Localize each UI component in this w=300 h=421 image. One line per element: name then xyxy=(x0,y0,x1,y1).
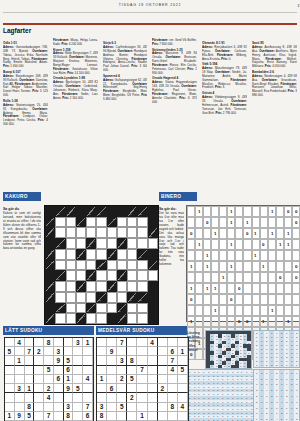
kakuro-cell[interactable] xyxy=(127,281,137,292)
binero-cell[interactable] xyxy=(211,261,219,272)
sudoku-cell[interactable] xyxy=(148,384,158,393)
kakuro-cell[interactable] xyxy=(96,227,106,238)
binero-cell[interactable] xyxy=(227,250,235,261)
sudoku-cell[interactable] xyxy=(54,393,64,402)
binero-cell[interactable] xyxy=(227,283,235,294)
binero-cell[interactable] xyxy=(252,305,260,316)
kakuro-cell[interactable] xyxy=(76,260,86,271)
binero-cell[interactable] xyxy=(211,239,219,250)
kakuro-cell[interactable] xyxy=(96,270,106,281)
sudoku-cell[interactable] xyxy=(34,366,44,375)
binero-cell[interactable] xyxy=(252,272,260,283)
sudoku-cell[interactable] xyxy=(44,375,54,384)
kakuro-cell[interactable] xyxy=(137,227,147,238)
kakuro-right-clue: 22 xyxy=(51,283,54,285)
kakuro-cell[interactable] xyxy=(55,260,65,271)
sudoku-cell[interactable] xyxy=(97,366,107,375)
binero-cell[interactable] xyxy=(203,305,211,316)
sudoku-cell[interactable] xyxy=(117,412,127,421)
sudoku-cell[interactable] xyxy=(5,356,15,365)
kakuro-cell[interactable] xyxy=(66,292,76,303)
sudoku-cell[interactable] xyxy=(25,366,35,375)
binero-cell[interactable] xyxy=(268,316,276,327)
binero-cell[interactable] xyxy=(227,316,235,327)
sudoku-cell[interactable] xyxy=(83,356,93,365)
binero-cell[interactable] xyxy=(268,283,276,294)
sudoku-cell[interactable] xyxy=(117,347,127,356)
sudoku-cell[interactable] xyxy=(5,384,15,393)
sudoku-cell[interactable] xyxy=(148,375,158,384)
binero-cell[interactable] xyxy=(252,217,260,228)
binero-cell[interactable] xyxy=(219,206,227,217)
sudoku-cell[interactable] xyxy=(34,403,44,412)
sudoku-cell[interactable] xyxy=(83,384,93,393)
binero-cell[interactable] xyxy=(211,217,219,228)
sudoku-cell[interactable] xyxy=(168,412,178,421)
sudoku-cell[interactable] xyxy=(117,384,127,393)
binero-cell[interactable] xyxy=(187,305,195,316)
sudoku-cell[interactable] xyxy=(73,356,83,365)
kakuro-cell[interactable] xyxy=(96,238,106,249)
sudoku-cell[interactable] xyxy=(64,347,74,356)
kakuro-cell[interactable] xyxy=(55,281,65,292)
binero-cell[interactable] xyxy=(276,261,284,272)
kakuro-cell[interactable] xyxy=(96,249,106,260)
binero-cell[interactable] xyxy=(235,228,243,239)
kakuro-cell[interactable] xyxy=(127,249,137,260)
binero-cell[interactable] xyxy=(235,294,243,305)
binero-cell: 1 xyxy=(284,239,292,250)
sudoku-cell[interactable] xyxy=(168,393,178,402)
sudoku-cell[interactable] xyxy=(148,393,158,402)
binero-cell[interactable] xyxy=(211,294,219,305)
sudoku-cell[interactable] xyxy=(178,356,188,365)
sudoku-cell[interactable] xyxy=(73,403,83,412)
sudoku-cell[interactable] xyxy=(127,403,137,412)
kakuro-cell[interactable] xyxy=(117,260,127,271)
sudoku-cell[interactable] xyxy=(34,338,44,347)
binero-cell[interactable] xyxy=(235,239,243,250)
binero-cell[interactable] xyxy=(292,250,300,261)
sudoku-cell[interactable] xyxy=(158,412,168,421)
kakuro-cell[interactable] xyxy=(86,281,96,292)
binero-cell[interactable] xyxy=(243,283,251,294)
kakuro-cell[interactable] xyxy=(86,217,96,228)
sudoku-cell[interactable] xyxy=(44,356,54,365)
binero-cell[interactable] xyxy=(276,305,284,316)
kakuro-cell[interactable] xyxy=(117,292,127,303)
binero-cell[interactable] xyxy=(292,228,300,239)
kakuro-cell[interactable] xyxy=(86,292,96,303)
sudoku-cell[interactable] xyxy=(73,412,83,421)
binero-cell: 1 xyxy=(243,217,251,228)
binero-cell[interactable] xyxy=(292,316,300,327)
binero-cell[interactable] xyxy=(284,217,292,228)
binero-cell[interactable] xyxy=(203,228,211,239)
kakuro-cell[interactable] xyxy=(117,217,127,228)
sudoku-cell[interactable] xyxy=(34,375,44,384)
kakuro-cell[interactable] xyxy=(127,227,137,238)
binero-cell[interactable] xyxy=(219,283,227,294)
sudoku-cell[interactable] xyxy=(178,412,188,421)
kakuro-cell[interactable] xyxy=(137,270,147,281)
kakuro-cell[interactable] xyxy=(96,303,106,314)
sudoku-cell: 4 xyxy=(83,375,93,384)
binero-cell[interactable] xyxy=(219,305,227,316)
sudoku-cell: 5 xyxy=(5,347,15,356)
sudoku-cell[interactable] xyxy=(64,338,74,347)
kakuro-cell[interactable] xyxy=(86,249,96,260)
binero-cell[interactable] xyxy=(243,272,251,283)
kakuro-cell[interactable] xyxy=(96,217,106,228)
kakuro-cell[interactable] xyxy=(127,217,137,228)
sudoku-cell[interactable] xyxy=(168,375,178,384)
kakuro-cell[interactable] xyxy=(107,270,117,281)
kakuro-cell[interactable] xyxy=(137,217,147,228)
binero-cell[interactable] xyxy=(268,272,276,283)
sudoku-cell[interactable] xyxy=(54,403,64,412)
binero-cell[interactable] xyxy=(227,305,235,316)
kakuro-cell[interactable] xyxy=(66,238,76,249)
sudoku-cell[interactable] xyxy=(83,366,93,375)
sudoku-cell[interactable] xyxy=(97,384,107,393)
binero-cell[interactable] xyxy=(268,250,276,261)
binero-cell[interactable] xyxy=(187,217,195,228)
kakuro-cell[interactable] xyxy=(117,281,127,292)
binero-cell[interactable] xyxy=(268,294,276,305)
kakuro-cell[interactable] xyxy=(76,238,86,249)
binero-cell[interactable] xyxy=(276,228,284,239)
sudoku-cell[interactable] xyxy=(15,375,25,384)
sudoku-cell[interactable] xyxy=(25,375,35,384)
sudoku-cell[interactable] xyxy=(117,366,127,375)
kakuro-cell[interactable] xyxy=(137,281,147,292)
sudoku-cell[interactable] xyxy=(158,356,168,365)
sudoku-cell[interactable] xyxy=(148,347,158,356)
kakuro-cell[interactable] xyxy=(96,281,106,292)
sudoku-cell[interactable] xyxy=(107,412,117,421)
kakuro-cell[interactable] xyxy=(137,313,147,324)
binero-cell[interactable] xyxy=(276,316,284,327)
binero-cell[interactable] xyxy=(195,250,203,261)
sudoku-cell[interactable] xyxy=(127,347,137,356)
kakuro-cell[interactable] xyxy=(127,260,137,271)
binero-cell[interactable] xyxy=(260,294,268,305)
sudoku-cell[interactable] xyxy=(64,393,74,402)
sudoku-cell[interactable] xyxy=(97,347,107,356)
kakuro-cell[interactable] xyxy=(55,249,65,260)
sudoku-cell[interactable] xyxy=(158,403,168,412)
sudoku-cell[interactable] xyxy=(15,347,25,356)
binero-cell[interactable] xyxy=(203,239,211,250)
sudoku-cell[interactable] xyxy=(5,393,15,402)
sudoku-cell[interactable] xyxy=(127,412,137,421)
sudoku-cell[interactable] xyxy=(148,412,158,421)
kakuro-cell[interactable] xyxy=(107,260,117,271)
sudoku-cell[interactable] xyxy=(73,347,83,356)
kakuro-cell[interactable] xyxy=(55,227,65,238)
binero-cell[interactable] xyxy=(195,316,203,327)
kakuro-cell[interactable] xyxy=(76,303,86,314)
kakuro-cell[interactable] xyxy=(55,217,65,228)
sudoku-cell[interactable] xyxy=(83,393,93,402)
sudoku-cell[interactable] xyxy=(83,347,93,356)
binero-cell[interactable] xyxy=(268,261,276,272)
binero-cell[interactable] xyxy=(284,283,292,294)
sudoku-cell[interactable] xyxy=(5,366,15,375)
binero-cell[interactable] xyxy=(235,250,243,261)
binero-cell[interactable] xyxy=(260,217,268,228)
sudoku-cell[interactable] xyxy=(25,356,35,365)
sudoku-cell[interactable] xyxy=(148,356,158,365)
binero-cell[interactable] xyxy=(276,250,284,261)
sudoku-cell[interactable] xyxy=(158,366,168,375)
sudoku-cell[interactable] xyxy=(158,338,168,347)
binero-cell[interactable] xyxy=(211,316,219,327)
binero-cell[interactable] xyxy=(219,228,227,239)
binero-cell[interactable] xyxy=(284,272,292,283)
binero-cell[interactable] xyxy=(243,206,251,217)
binero-cell[interactable] xyxy=(203,316,211,327)
binero-cell[interactable] xyxy=(195,261,203,272)
binero-cell[interactable] xyxy=(284,294,292,305)
binero-cell[interactable] xyxy=(195,283,203,294)
kakuro-cell[interactable] xyxy=(66,270,76,281)
sudoku-cell[interactable] xyxy=(34,393,44,402)
sudoku-cell[interactable] xyxy=(137,338,147,347)
kakuro-cell[interactable] xyxy=(66,217,76,228)
binero-cell[interactable] xyxy=(268,217,276,228)
sudoku-cell[interactable] xyxy=(127,338,137,347)
binero-cell[interactable] xyxy=(235,206,243,217)
kakuro-cell[interactable] xyxy=(107,292,117,303)
binero-cell[interactable] xyxy=(235,272,243,283)
binero-cell[interactable] xyxy=(195,272,203,283)
binero-cell: 1 xyxy=(252,250,260,261)
sudoku-cell[interactable] xyxy=(178,384,188,393)
binero-cell[interactable] xyxy=(276,283,284,294)
binero-cell[interactable] xyxy=(211,250,219,261)
kakuro-cell[interactable] xyxy=(76,292,86,303)
binero-cell[interactable] xyxy=(243,261,251,272)
sudoku-cell: 8 xyxy=(44,338,54,347)
binero-cell[interactable] xyxy=(252,206,260,217)
sudoku-cell[interactable] xyxy=(107,366,117,375)
binero-cell[interactable] xyxy=(252,239,260,250)
sudoku-cell[interactable] xyxy=(178,393,188,402)
kakuro-cell: 23 xyxy=(107,281,117,292)
sudoku-cell[interactable] xyxy=(127,384,137,393)
kakuro-cell[interactable] xyxy=(66,281,76,292)
sudoku-cell[interactable] xyxy=(178,375,188,384)
kakuro-cell[interactable] xyxy=(117,227,127,238)
binero-cell[interactable] xyxy=(203,272,211,283)
binero-cell[interactable] xyxy=(211,272,219,283)
kakuro-cell[interactable] xyxy=(76,270,86,281)
sudoku-cell[interactable] xyxy=(34,412,44,421)
kakuro-cell: 11 xyxy=(107,217,117,228)
kakuro-cell[interactable] xyxy=(86,313,96,324)
kakuro-cell[interactable] xyxy=(55,313,65,324)
kakuro-cell[interactable] xyxy=(66,249,76,260)
kakuro-cell[interactable] xyxy=(127,238,137,249)
sudoku-cell[interactable] xyxy=(54,384,64,393)
binero-cell[interactable] xyxy=(260,272,268,283)
binero-cell[interactable] xyxy=(227,228,235,239)
sudoku-cell[interactable] xyxy=(15,403,25,412)
binero-cell[interactable] xyxy=(292,305,300,316)
kakuro-right-clue: 12 xyxy=(123,315,126,317)
binero-cell[interactable] xyxy=(284,261,292,272)
binero-cell: 0 xyxy=(292,206,300,217)
binero-cell[interactable] xyxy=(292,294,300,305)
sudoku-cell[interactable] xyxy=(54,412,64,421)
binero-cell[interactable] xyxy=(187,272,195,283)
sudoku-cell[interactable] xyxy=(44,347,54,356)
binero-cell[interactable] xyxy=(219,217,227,228)
binero-cell[interactable] xyxy=(243,239,251,250)
sudoku-cell[interactable] xyxy=(5,375,15,384)
binero-cell[interactable] xyxy=(203,294,211,305)
kakuro-cell[interactable] xyxy=(86,260,96,271)
binero-cell[interactable] xyxy=(195,305,203,316)
sudoku-cell[interactable] xyxy=(25,338,35,347)
kakuro-cell[interactable] xyxy=(137,238,147,249)
sudoku-cell[interactable] xyxy=(127,366,137,375)
kakuro-cell[interactable] xyxy=(107,238,117,249)
kakuro-cell[interactable] xyxy=(127,313,137,324)
sudoku-cell[interactable] xyxy=(15,393,25,402)
kakuro-cell[interactable] xyxy=(66,303,76,314)
sudoku-cell[interactable] xyxy=(34,384,44,393)
binero-cell[interactable] xyxy=(284,305,292,316)
binero-cell[interactable] xyxy=(243,305,251,316)
binero-cell[interactable] xyxy=(292,239,300,250)
binero-cell[interactable] xyxy=(195,294,203,305)
sudoku-cell[interactable] xyxy=(158,375,168,384)
sudoku-cell[interactable] xyxy=(168,384,178,393)
sudoku-cell[interactable] xyxy=(137,393,147,402)
sudoku-cell[interactable] xyxy=(148,403,158,412)
binero-cell[interactable] xyxy=(227,272,235,283)
sudoku-cell[interactable] xyxy=(54,366,64,375)
binero-cell[interactable] xyxy=(235,305,243,316)
sudoku-cell[interactable] xyxy=(107,356,117,365)
kakuro-cell[interactable] xyxy=(127,303,137,314)
sudoku-cell[interactable] xyxy=(168,338,178,347)
sudoku-cell[interactable] xyxy=(148,366,158,375)
sudoku-cell[interactable] xyxy=(25,393,35,402)
kakuro-cell[interactable] xyxy=(107,303,117,314)
sudoku-cell[interactable] xyxy=(97,338,107,347)
kakuro-cell[interactable] xyxy=(148,270,158,281)
binero-cell[interactable] xyxy=(243,294,251,305)
kakuro-cell[interactable] xyxy=(66,260,76,271)
binero-cell[interactable] xyxy=(203,206,211,217)
sudoku-cell[interactable] xyxy=(137,347,147,356)
sudoku-cell[interactable] xyxy=(158,393,168,402)
binero-cell[interactable] xyxy=(276,217,284,228)
kakuro-cell[interactable] xyxy=(66,313,76,324)
binero-cell[interactable] xyxy=(219,239,227,250)
sudoku-cell[interactable] xyxy=(137,356,147,365)
binero-cell[interactable] xyxy=(260,283,268,294)
kakuro-cell[interactable] xyxy=(55,292,65,303)
sudoku-cell[interactable] xyxy=(158,347,168,356)
sudoku-cell[interactable] xyxy=(34,356,44,365)
binero-cell[interactable] xyxy=(219,250,227,261)
binero-cell[interactable] xyxy=(187,250,195,261)
sudoku-cell[interactable] xyxy=(73,375,83,384)
sudoku-cell[interactable] xyxy=(5,338,15,347)
kakuro-cell[interactable] xyxy=(86,227,96,238)
binero-cell[interactable] xyxy=(211,206,219,217)
kakuro-cell[interactable] xyxy=(66,227,76,238)
sudoku-cell[interactable] xyxy=(178,338,188,347)
sudoku-cell[interactable] xyxy=(107,338,117,347)
sudoku-cell[interactable] xyxy=(137,384,147,393)
binero-cell[interactable] xyxy=(243,250,251,261)
binero-cell[interactable] xyxy=(252,294,260,305)
kakuro-cell[interactable] xyxy=(137,303,147,314)
binero-cell[interactable] xyxy=(284,250,292,261)
sudoku-cell[interactable] xyxy=(107,393,117,402)
binero-cell[interactable] xyxy=(195,228,203,239)
sudoku-cell[interactable] xyxy=(107,403,117,412)
sudoku-cell[interactable] xyxy=(73,393,83,402)
sudoku-cell[interactable] xyxy=(54,338,64,347)
sudoku-cell[interactable] xyxy=(97,393,107,402)
binero-cell[interactable] xyxy=(268,239,276,250)
binero-cell[interactable] xyxy=(195,217,203,228)
sudoku-cell[interactable] xyxy=(97,356,107,365)
binero-cell[interactable] xyxy=(276,206,284,217)
binero-cell[interactable] xyxy=(252,316,260,327)
kakuro-cell[interactable] xyxy=(96,313,106,324)
kakuro-cell[interactable] xyxy=(76,227,86,238)
binero-cell[interactable] xyxy=(187,206,195,217)
binero-cell[interactable] xyxy=(260,228,268,239)
binero-cell[interactable] xyxy=(219,316,227,327)
kakuro-cell[interactable] xyxy=(117,249,127,260)
kakuro-cell[interactable] xyxy=(107,227,117,238)
binero-cell[interactable] xyxy=(235,217,243,228)
sudoku-cell[interactable] xyxy=(15,366,25,375)
kakuro-cell[interactable] xyxy=(137,260,147,271)
binero-cell[interactable] xyxy=(260,250,268,261)
binero-cell[interactable] xyxy=(219,261,227,272)
sudoku-cell[interactable] xyxy=(44,403,54,412)
binero-cell[interactable] xyxy=(252,283,260,294)
binero-cell[interactable] xyxy=(260,206,268,217)
kakuro-cell[interactable] xyxy=(148,238,158,249)
binero-cell[interactable] xyxy=(260,305,268,316)
kakuro-cell: 12 xyxy=(148,227,158,238)
binero-cell[interactable] xyxy=(276,294,284,305)
sudoku-cell[interactable] xyxy=(137,375,147,384)
binero-cell[interactable] xyxy=(219,294,227,305)
sudoku-cell[interactable] xyxy=(5,403,15,412)
binero-cell[interactable] xyxy=(187,239,195,250)
sudoku-cell[interactable] xyxy=(73,366,83,375)
kakuro-cell[interactable] xyxy=(127,270,137,281)
sudoku-cell[interactable] xyxy=(117,393,127,402)
binero-cell[interactable] xyxy=(292,283,300,294)
sudoku-cell[interactable] xyxy=(137,403,147,412)
binero-cell[interactable] xyxy=(252,261,260,272)
sudoku-cell[interactable] xyxy=(107,375,117,384)
binero-cell[interactable] xyxy=(235,261,243,272)
